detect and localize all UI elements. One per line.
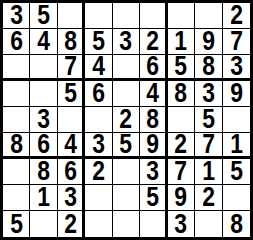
given-digit: 6: [146, 55, 159, 80]
cell-r3c5[interactable]: [113, 55, 140, 81]
cell-r5c4[interactable]: [85, 107, 112, 133]
cell-r3c7[interactable]: 5: [168, 55, 195, 81]
cell-r4c8[interactable]: 3: [195, 81, 222, 107]
cell-r2c8[interactable]: 9: [195, 29, 222, 55]
cell-r4c1[interactable]: [3, 81, 30, 107]
given-digit: 7: [174, 159, 187, 185]
given-digit: 8: [37, 159, 50, 185]
given-digit: 7: [64, 55, 77, 80]
cell-r2c2[interactable]: 4: [30, 29, 57, 55]
cell-r7c7[interactable]: 7: [168, 159, 195, 185]
given-digit: 3: [64, 185, 77, 211]
cell-r5c3[interactable]: [58, 107, 85, 133]
given-digit: 2: [230, 3, 243, 29]
given-digit: 4: [37, 29, 50, 55]
given-digit: 2: [174, 133, 187, 158]
cell-r4c3[interactable]: 5: [58, 81, 85, 107]
given-digit: 2: [64, 211, 77, 237]
given-digit: 3: [146, 159, 159, 185]
cell-r1c4[interactable]: [85, 3, 112, 29]
cell-r3c9[interactable]: 3: [223, 55, 250, 81]
given-digit: 9: [174, 185, 187, 211]
cell-r7c3[interactable]: 6: [58, 159, 85, 185]
given-digit: 8: [146, 107, 159, 133]
cell-r7c2[interactable]: 8: [30, 159, 57, 185]
cell-r7c1[interactable]: [3, 159, 30, 185]
cell-r4c2[interactable]: [30, 81, 57, 107]
cell-r8c9[interactable]: [223, 185, 250, 211]
given-digit: 1: [202, 159, 215, 185]
given-digit: 5: [230, 159, 243, 185]
given-digit: 7: [202, 133, 215, 158]
cell-r8c5[interactable]: [113, 185, 140, 211]
cell-r4c6[interactable]: 4: [140, 81, 167, 107]
given-digit: 3: [10, 3, 23, 29]
cell-r6c3[interactable]: 4: [58, 133, 85, 159]
cell-r3c4[interactable]: 4: [85, 55, 112, 81]
cell-r6c1[interactable]: 8: [3, 133, 30, 159]
cell-r8c6[interactable]: 5: [140, 185, 167, 211]
cell-r9c5[interactable]: [113, 211, 140, 237]
given-digit: 4: [92, 55, 105, 80]
cell-r5c1[interactable]: [3, 107, 30, 133]
given-digit: 2: [202, 185, 215, 211]
given-digit: 4: [146, 81, 159, 107]
cell-r1c9[interactable]: 2: [223, 3, 250, 29]
cell-r1c7[interactable]: [168, 3, 195, 29]
given-digit: 8: [64, 29, 77, 55]
cell-r5c7[interactable]: [168, 107, 195, 133]
given-digit: 8: [230, 211, 243, 237]
cell-r7c8[interactable]: 1: [195, 159, 222, 185]
cell-r7c4[interactable]: 2: [85, 159, 112, 185]
cell-r2c6[interactable]: 2: [140, 29, 167, 55]
cell-r1c5[interactable]: [113, 3, 140, 29]
cell-r5c9[interactable]: [223, 107, 250, 133]
cell-r2c5[interactable]: 3: [113, 29, 140, 55]
given-digit: 6: [64, 159, 77, 185]
given-digit: 7: [230, 29, 243, 55]
given-digit: 1: [230, 133, 243, 158]
cell-r5c2[interactable]: 3: [30, 107, 57, 133]
given-digit: 5: [10, 211, 23, 237]
cell-r6c5[interactable]: 5: [113, 133, 140, 159]
cell-r7c9[interactable]: 5: [223, 159, 250, 185]
given-digit: 2: [92, 159, 105, 185]
cell-r9c1[interactable]: 5: [3, 211, 30, 237]
cell-r2c1[interactable]: 6: [3, 29, 30, 55]
cell-r3c1[interactable]: [3, 55, 30, 81]
cell-r9c9[interactable]: 8: [223, 211, 250, 237]
given-digit: 8: [174, 81, 187, 107]
cell-r8c3[interactable]: 3: [58, 185, 85, 211]
cell-r8c7[interactable]: 9: [168, 185, 195, 211]
cell-r4c4[interactable]: 6: [85, 81, 112, 107]
given-digit: 3: [230, 55, 243, 80]
given-digit: 6: [92, 81, 105, 107]
cell-r9c6[interactable]: [140, 211, 167, 237]
given-digit: 5: [202, 107, 215, 133]
given-digit: 5: [37, 3, 50, 29]
cell-r2c9[interactable]: 7: [223, 29, 250, 55]
given-digit: 8: [10, 133, 23, 158]
given-digit: 9: [230, 81, 243, 107]
given-digit: 3: [37, 107, 50, 133]
cell-r6c2[interactable]: 6: [30, 133, 57, 159]
cell-r8c1[interactable]: [3, 185, 30, 211]
cell-r3c3[interactable]: 7: [58, 55, 85, 81]
cell-r4c7[interactable]: 8: [168, 81, 195, 107]
given-digit: 5: [174, 55, 187, 80]
cell-r5c8[interactable]: 5: [195, 107, 222, 133]
cell-r1c3[interactable]: [58, 3, 85, 29]
cell-r4c9[interactable]: 9: [223, 81, 250, 107]
given-digit: 9: [202, 29, 215, 55]
cell-r8c2[interactable]: 1: [30, 185, 57, 211]
given-digit: 4: [64, 133, 77, 158]
given-digit: 3: [174, 211, 187, 237]
cell-r2c4[interactable]: 5: [85, 29, 112, 55]
given-digit: 5: [92, 29, 105, 55]
cell-r3c8[interactable]: 8: [195, 55, 222, 81]
cell-r1c8[interactable]: [195, 3, 222, 29]
cell-r1c6[interactable]: [140, 3, 167, 29]
given-digit: 6: [37, 133, 50, 158]
cell-r6c8[interactable]: 7: [195, 133, 222, 159]
cell-r2c7[interactable]: 1: [168, 29, 195, 55]
cell-r9c3[interactable]: 2: [58, 211, 85, 237]
cell-r5c6[interactable]: 8: [140, 107, 167, 133]
given-digit: 5: [120, 133, 133, 158]
given-digit: 2: [146, 29, 159, 55]
given-digit: 5: [146, 185, 159, 211]
cell-r7c6[interactable]: 3: [140, 159, 167, 185]
given-digit: 8: [202, 55, 215, 80]
cell-r9c7[interactable]: 3: [168, 211, 195, 237]
cell-r6c7[interactable]: 2: [168, 133, 195, 159]
given-digit: 3: [202, 81, 215, 107]
given-digit: 1: [37, 185, 50, 211]
cell-r9c2[interactable]: [30, 211, 57, 237]
given-digit: 5: [64, 81, 77, 107]
cell-r6c4[interactable]: 3: [85, 133, 112, 159]
cell-r9c4[interactable]: [85, 211, 112, 237]
given-digit: 6: [10, 29, 23, 55]
cell-r1c2[interactable]: 5: [30, 3, 57, 29]
cell-r4c5[interactable]: [113, 81, 140, 107]
cell-r9c8[interactable]: [195, 211, 222, 237]
cell-r3c6[interactable]: 6: [140, 55, 167, 81]
cell-r6c6[interactable]: 9: [140, 133, 167, 159]
given-digit: 9: [146, 133, 159, 158]
cell-r5c5[interactable]: 2: [113, 107, 140, 133]
cell-r2c3[interactable]: 8: [58, 29, 85, 55]
cell-r6c9[interactable]: 1: [223, 133, 250, 159]
cell-r3c2[interactable]: [30, 55, 57, 81]
cell-r7c5[interactable]: [113, 159, 140, 185]
given-digit: 3: [120, 29, 133, 55]
given-digit: 3: [92, 133, 105, 158]
cell-r8c4[interactable]: [85, 185, 112, 211]
given-digit: 2: [120, 107, 133, 133]
given-digit: 1: [174, 29, 187, 55]
cell-r1c1[interactable]: 3: [3, 3, 30, 29]
sudoku-board: 3526485321977465835648393285864359271862…: [0, 0, 253, 240]
cell-r8c8[interactable]: 2: [195, 185, 222, 211]
